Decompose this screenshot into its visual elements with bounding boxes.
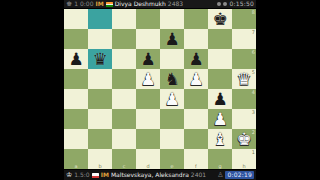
white-P-piece-e4[interactable]: ♟ <box>160 89 184 109</box>
square-h8[interactable]: 8 <box>232 9 256 29</box>
black-P-piece-e7[interactable]: ♟ <box>160 29 184 49</box>
top-player-title: IM <box>95 1 103 7</box>
square-d4[interactable] <box>136 89 160 109</box>
square-g2[interactable]: ♝ <box>208 129 232 149</box>
square-e1[interactable]: e <box>160 149 184 169</box>
square-h2[interactable]: 2♚ <box>232 129 256 149</box>
top-player-clock: 0:15:50 <box>229 1 254 7</box>
black-Q-piece-b6[interactable]: ♛ <box>88 49 112 69</box>
square-b3[interactable] <box>88 109 112 129</box>
square-d2[interactable] <box>136 129 160 149</box>
rank-label-3: 3 <box>252 110 255 115</box>
square-g1[interactable]: g <box>208 149 232 169</box>
black-P-piece-g4[interactable]: ♟ <box>208 89 232 109</box>
square-g5[interactable] <box>208 69 232 89</box>
file-label-a: a <box>74 164 77 169</box>
square-b5[interactable] <box>88 69 112 89</box>
square-f4[interactable] <box>184 89 208 109</box>
chess-board: ♚8♟7♟♛♟♟6♟♞♟5♛♟♟4♟3♝2♚abcdefg1h <box>64 9 256 169</box>
bottom-player-title: IM <box>101 172 109 178</box>
black-side-icon: ♚ <box>66 1 72 8</box>
file-label-d: d <box>146 164 149 169</box>
square-e3[interactable] <box>160 109 184 129</box>
square-c5[interactable] <box>112 69 136 89</box>
square-b7[interactable] <box>88 29 112 49</box>
bottom-player-rating: 2401 <box>191 172 206 178</box>
rank-label-7: 7 <box>252 30 255 35</box>
square-e8[interactable] <box>160 9 184 29</box>
bell-icon[interactable] <box>217 2 221 6</box>
square-c4[interactable] <box>112 89 136 109</box>
top-status-text: 1 0:00 <box>74 1 93 7</box>
square-c7[interactable] <box>112 29 136 49</box>
bottom-player-clock: 0:02:19 <box>225 171 254 179</box>
white-side-icon: ♔ <box>66 172 72 179</box>
square-g7[interactable] <box>208 29 232 49</box>
square-a1[interactable]: a <box>64 149 88 169</box>
square-d8[interactable] <box>136 9 160 29</box>
square-c8[interactable] <box>112 9 136 29</box>
india-flag-icon <box>106 2 113 7</box>
file-label-h: h <box>242 164 245 169</box>
square-b1[interactable]: b <box>88 149 112 169</box>
black-N-piece-e5[interactable]: ♞ <box>160 69 184 89</box>
square-a5[interactable] <box>64 69 88 89</box>
match-score-text: 1.5:0 <box>74 172 89 178</box>
square-f7[interactable] <box>184 29 208 49</box>
letterbox-right <box>256 0 320 180</box>
square-a7[interactable] <box>64 29 88 49</box>
white-Q-piece-h5[interactable]: ♛ <box>232 69 256 89</box>
file-label-g: g <box>218 164 221 169</box>
white-P-piece-g3[interactable]: ♟ <box>208 109 232 129</box>
eye-icon[interactable] <box>223 2 227 6</box>
square-f1[interactable]: f <box>184 149 208 169</box>
bottom-player-name[interactable]: Maltsevskaya, Aleksandra <box>111 172 189 178</box>
square-h5[interactable]: 5♛ <box>232 69 256 89</box>
black-K-piece-g8[interactable]: ♚ <box>208 9 232 29</box>
bottom-player-bar: ♔ 1.5:0 IM Maltsevskaya, Aleksandra 2401… <box>64 169 256 180</box>
black-P-piece-d6[interactable]: ♟ <box>136 49 160 69</box>
rank-label-8: 8 <box>252 10 255 15</box>
square-e4[interactable]: ♟ <box>160 89 184 109</box>
square-b8[interactable] <box>88 9 112 29</box>
letterbox-left <box>0 0 64 180</box>
square-f2[interactable] <box>184 129 208 149</box>
square-c1[interactable]: c <box>112 149 136 169</box>
square-d5[interactable]: ♟ <box>136 69 160 89</box>
poland-flag-icon <box>92 173 99 178</box>
rank-label-4: 4 <box>252 90 255 95</box>
file-label-e: e <box>170 164 173 169</box>
square-e6[interactable] <box>160 49 184 69</box>
square-c3[interactable] <box>112 109 136 129</box>
square-b6[interactable]: ♛ <box>88 49 112 69</box>
square-a8[interactable] <box>64 9 88 29</box>
square-h6[interactable]: 6 <box>232 49 256 69</box>
square-d3[interactable] <box>136 109 160 129</box>
square-f5[interactable]: ♟ <box>184 69 208 89</box>
square-a6[interactable]: ♟ <box>64 49 88 69</box>
square-d6[interactable]: ♟ <box>136 49 160 69</box>
chess-app-window: ♚ 1 0:00 IM Divya Deshmukh 2483 0:15:50 … <box>64 0 256 180</box>
square-e2[interactable] <box>160 129 184 149</box>
white-P-piece-d5[interactable]: ♟ <box>136 69 160 89</box>
rank-label-1: 1 <box>252 150 255 155</box>
square-g3[interactable]: ♟ <box>208 109 232 129</box>
white-K-piece-h2[interactable]: ♚ <box>232 129 256 149</box>
square-b2[interactable] <box>88 129 112 149</box>
square-f8[interactable] <box>184 9 208 29</box>
square-h3[interactable]: 3 <box>232 109 256 129</box>
file-label-f: f <box>195 164 197 169</box>
white-P-piece-f5[interactable]: ♟ <box>184 69 208 89</box>
square-a3[interactable] <box>64 109 88 129</box>
square-c6[interactable] <box>112 49 136 69</box>
top-player-bar: ♚ 1 0:00 IM Divya Deshmukh 2483 0:15:50 <box>64 0 256 9</box>
black-P-piece-f6[interactable]: ♟ <box>184 49 208 69</box>
square-h4[interactable]: 4 <box>232 89 256 109</box>
top-player-name[interactable]: Divya Deshmukh <box>115 1 166 7</box>
square-d1[interactable]: d <box>136 149 160 169</box>
top-player-rating: 2483 <box>168 1 183 7</box>
square-a2[interactable] <box>64 129 88 149</box>
file-label-b: b <box>98 164 101 169</box>
square-g6[interactable] <box>208 49 232 69</box>
white-B-piece-g2[interactable]: ♝ <box>208 129 232 149</box>
rank-label-6: 6 <box>252 50 255 55</box>
file-label-c: c <box>123 164 126 169</box>
square-c2[interactable] <box>112 129 136 149</box>
square-a4[interactable] <box>64 89 88 109</box>
black-P-piece-a6[interactable]: ♟ <box>64 49 88 69</box>
square-e5[interactable]: ♞ <box>160 69 184 89</box>
square-e7[interactable]: ♟ <box>160 29 184 49</box>
square-b4[interactable] <box>88 89 112 109</box>
pawn-icon: ♙ <box>217 172 223 179</box>
square-f6[interactable]: ♟ <box>184 49 208 69</box>
square-h1[interactable]: 1h <box>232 149 256 169</box>
square-g8[interactable]: ♚ <box>208 9 232 29</box>
square-g4[interactable]: ♟ <box>208 89 232 109</box>
square-h7[interactable]: 7 <box>232 29 256 49</box>
square-d7[interactable] <box>136 29 160 49</box>
square-f3[interactable] <box>184 109 208 129</box>
